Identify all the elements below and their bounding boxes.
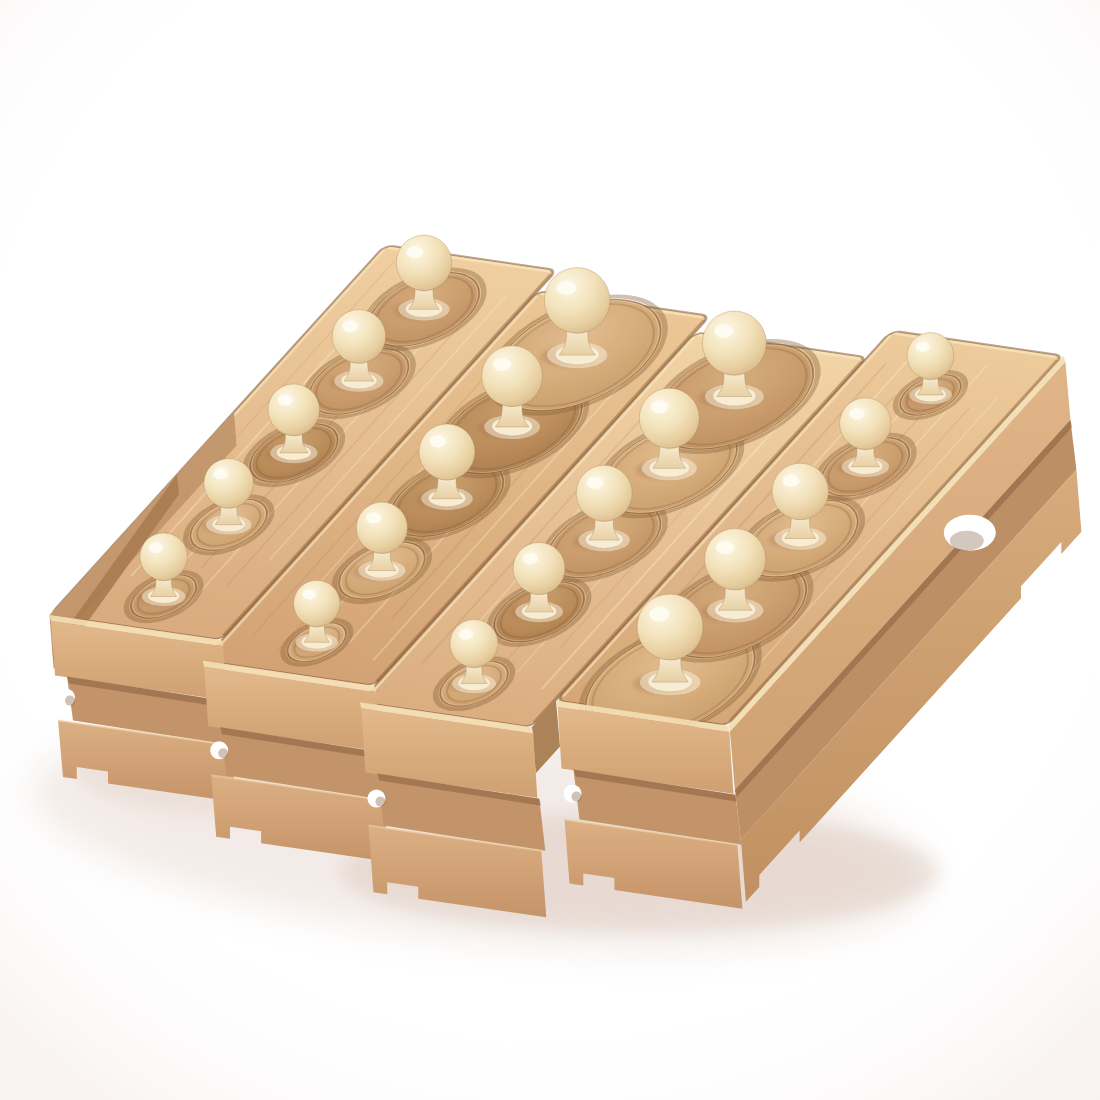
front-scoop-shade bbox=[218, 748, 228, 758]
front-scoop-shade bbox=[572, 792, 582, 802]
knob-ball bbox=[450, 620, 498, 668]
knob-ball bbox=[419, 424, 475, 480]
block-2-cylinder-4-knob[interactable] bbox=[478, 346, 543, 439]
block-3-cylinder-3-knob[interactable] bbox=[573, 465, 633, 551]
block-3-cylinder-4-knob[interactable] bbox=[635, 388, 699, 480]
knob-highlight bbox=[459, 629, 473, 640]
knob-highlight bbox=[493, 358, 511, 371]
knob-highlight bbox=[716, 541, 734, 554]
knob-highlight bbox=[278, 394, 293, 405]
block-3-cylinder-5-knob[interactable] bbox=[698, 311, 766, 409]
knob-highlight bbox=[587, 477, 604, 489]
block-1-cylinder-5-knob[interactable] bbox=[393, 235, 452, 320]
knob-highlight bbox=[407, 246, 424, 258]
block-2-cylinder-1-knob[interactable] bbox=[291, 580, 340, 651]
block-3-cylinder-1-knob[interactable] bbox=[447, 620, 498, 694]
knob-highlight bbox=[916, 342, 930, 352]
knob-highlight bbox=[342, 320, 358, 332]
knob-ball bbox=[482, 346, 543, 407]
block-4-cylinder-5-knob[interactable] bbox=[904, 333, 954, 405]
knob-highlight bbox=[849, 408, 864, 419]
block-1-cylinder-1-knob[interactable] bbox=[137, 533, 188, 606]
knob-highlight bbox=[714, 324, 733, 338]
block-4-cylinder-1-knob[interactable] bbox=[633, 594, 703, 695]
knob-ball bbox=[772, 463, 828, 519]
knob-ball bbox=[639, 388, 699, 448]
block-4-cylinder-4-knob[interactable] bbox=[836, 398, 891, 477]
side-scoop-shade bbox=[950, 531, 984, 551]
knob-ball bbox=[544, 268, 610, 334]
knob-highlight bbox=[213, 468, 228, 479]
knob-ball bbox=[268, 384, 320, 436]
knob-highlight bbox=[557, 281, 577, 295]
block-1-cylinder-2-knob[interactable] bbox=[201, 459, 254, 535]
block-4-cylinder-2-knob[interactable] bbox=[701, 529, 766, 623]
block-1-cylinder-3-knob[interactable] bbox=[265, 384, 320, 463]
knob-ball bbox=[702, 311, 766, 375]
knob-ball bbox=[356, 502, 407, 553]
knob-ball bbox=[396, 235, 452, 291]
knob-ball bbox=[332, 310, 386, 364]
product-photo-scene bbox=[0, 0, 1100, 1100]
block-2-cylinder-2-knob[interactable] bbox=[353, 502, 408, 581]
knob-highlight bbox=[302, 590, 316, 600]
block-4-cylinder-3-knob[interactable] bbox=[768, 463, 828, 550]
knob-highlight bbox=[649, 607, 669, 622]
front-scoop-shade bbox=[375, 797, 385, 807]
knob-ball bbox=[576, 465, 632, 521]
knob-ball bbox=[294, 580, 340, 626]
knob-ball bbox=[513, 542, 565, 594]
knob-highlight bbox=[429, 435, 446, 447]
knob-highlight bbox=[523, 553, 539, 564]
knob-ball bbox=[907, 333, 954, 380]
block-1-cylinder-4-knob[interactable] bbox=[329, 310, 386, 392]
block-2-cylinder-5-knob[interactable] bbox=[540, 268, 610, 369]
product-photo bbox=[0, 0, 1100, 1100]
knob-highlight bbox=[366, 512, 381, 523]
knob-ball bbox=[204, 459, 254, 509]
knob-ball bbox=[840, 398, 892, 450]
knob-highlight bbox=[650, 400, 668, 413]
knob-ball bbox=[140, 533, 188, 581]
knob-ball bbox=[637, 594, 703, 660]
block-2-cylinder-3-knob[interactable] bbox=[415, 424, 475, 510]
knob-highlight bbox=[783, 475, 800, 487]
knob-ball bbox=[705, 529, 766, 590]
front-scoop-shade bbox=[65, 696, 75, 706]
knob-highlight bbox=[149, 543, 163, 553]
block-3-cylinder-2-knob[interactable] bbox=[510, 542, 565, 622]
